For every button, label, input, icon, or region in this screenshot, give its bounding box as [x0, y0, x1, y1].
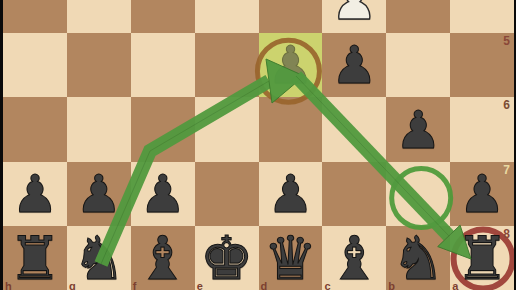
- black-king-e8[interactable]: ♚: [195, 226, 259, 290]
- square-b7[interactable]: [386, 162, 450, 226]
- file-label-g: g: [69, 281, 76, 290]
- file-label-f: f: [133, 281, 137, 290]
- square-c7[interactable]: [322, 162, 386, 226]
- square-a4[interactable]: [450, 0, 514, 33]
- square-h6[interactable]: [3, 97, 67, 161]
- square-d4[interactable]: [259, 0, 323, 33]
- rank-label-5: 5: [480, 35, 510, 47]
- black-bishop-c8[interactable]: ♝: [322, 226, 386, 290]
- ghost-black-pawn-d5[interactable]: ♟: [259, 33, 323, 97]
- square-f6[interactable]: [131, 97, 195, 161]
- black-knight-g8[interactable]: ♞: [67, 226, 131, 290]
- black-pawn-d7[interactable]: ♟: [259, 162, 323, 226]
- black-pawn-g7[interactable]: ♟: [67, 162, 131, 226]
- file-label-h: h: [5, 281, 12, 290]
- file-label-d: d: [261, 281, 268, 290]
- square-e5[interactable]: [195, 33, 259, 97]
- chess-board[interactable]: ♟♟♟♟♟♟♟♟♜♞♝♚♛♝♞♜♟ 5678hgfedcba: [0, 0, 516, 290]
- square-d6[interactable]: [259, 97, 323, 161]
- rank-label-6: 6: [480, 99, 510, 111]
- square-g4[interactable]: [67, 0, 131, 33]
- square-h5[interactable]: [3, 33, 67, 97]
- square-b5[interactable]: [386, 33, 450, 97]
- square-h4[interactable]: [3, 0, 67, 33]
- black-queen-d8[interactable]: ♛: [259, 226, 323, 290]
- black-rook-h8[interactable]: ♜: [3, 226, 67, 290]
- white-pawn-c4[interactable]: ♟: [322, 0, 386, 33]
- square-e7[interactable]: [195, 162, 259, 226]
- black-pawn-c5[interactable]: ♟: [322, 33, 386, 97]
- video-letterbox-left: [0, 0, 3, 290]
- file-label-b: b: [388, 281, 395, 290]
- square-b4[interactable]: [386, 0, 450, 33]
- square-e4[interactable]: [195, 0, 259, 33]
- rank-label-8: 8: [480, 228, 510, 240]
- square-g6[interactable]: [67, 97, 131, 161]
- chess-video-frame: ♟♟♟♟♟♟♟♟♜♞♝♚♛♝♞♜♟ 5678hgfedcba: [0, 0, 516, 290]
- file-label-a: a: [452, 281, 458, 290]
- black-bishop-f8[interactable]: ♝: [131, 226, 195, 290]
- file-label-c: c: [324, 281, 330, 290]
- square-f4[interactable]: [131, 0, 195, 33]
- black-pawn-f7[interactable]: ♟: [131, 162, 195, 226]
- file-label-e: e: [197, 281, 203, 290]
- black-pawn-b6[interactable]: ♟: [386, 97, 450, 161]
- square-e6[interactable]: [195, 97, 259, 161]
- black-knight-b8[interactable]: ♞: [386, 226, 450, 290]
- square-f5[interactable]: [131, 33, 195, 97]
- square-g5[interactable]: [67, 33, 131, 97]
- rank-label-7: 7: [480, 164, 510, 176]
- black-pawn-h7[interactable]: ♟: [3, 162, 67, 226]
- square-c6[interactable]: [322, 97, 386, 161]
